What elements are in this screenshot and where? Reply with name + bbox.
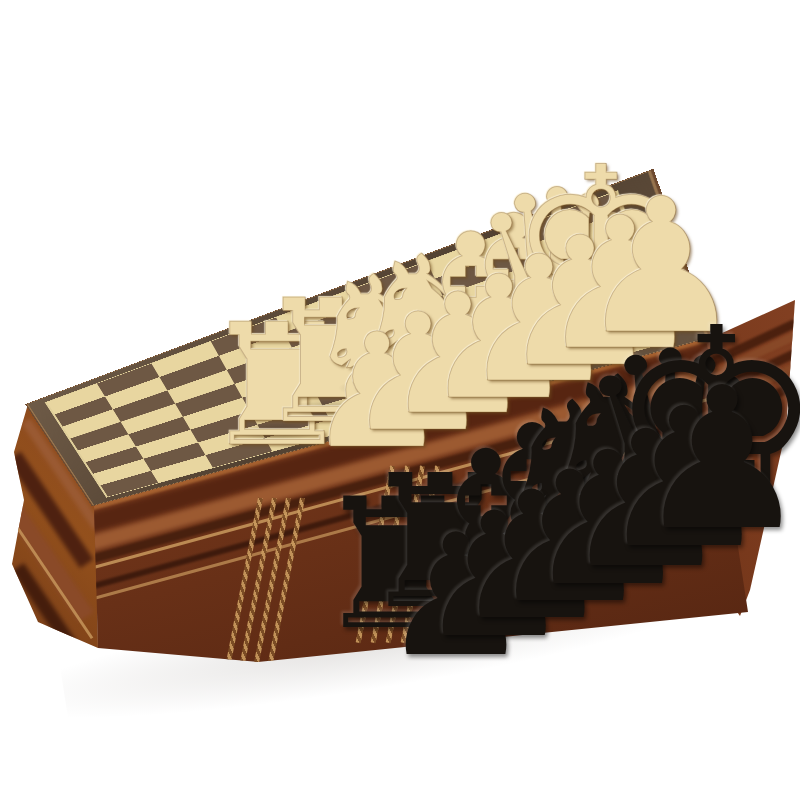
product-photo-scene: ♜♜♞♞♝♝♛♚♟♟♟♟♟♟♟♟♜♜♝♝♞♞♛♚♟♟♟♟♟♟♟♟ bbox=[0, 0, 800, 800]
black-pawn-16: ♟ bbox=[634, 361, 800, 557]
